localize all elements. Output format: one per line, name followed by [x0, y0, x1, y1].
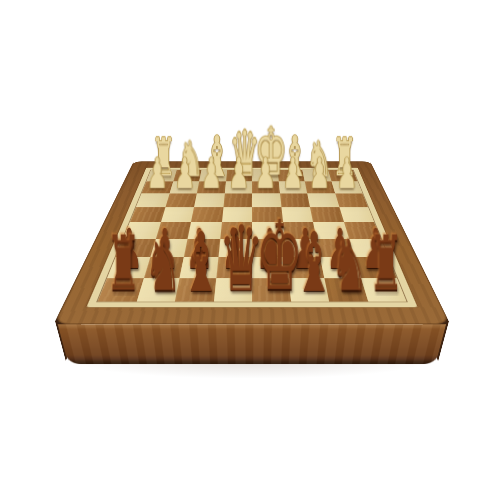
product-photo-scene: ♜♞♝♛♚♝♞♜♟♟♟♟♟♟♟♟♟♟♟♟♟♟♟♟♜♞♝♛♚♝♞♜ — [0, 0, 500, 500]
piece-white-pawn[interactable]: ♟ — [336, 152, 358, 194]
square-f2[interactable]: ♟ — [278, 181, 307, 193]
square-c8[interactable]: ♝ — [175, 278, 216, 302]
piece-white-pawn[interactable]: ♟ — [147, 152, 169, 194]
square-f8[interactable]: ♝ — [288, 278, 329, 302]
piece-white-pawn[interactable]: ♟ — [228, 152, 250, 194]
square-a3[interactable] — [136, 194, 169, 208]
piece-white-pawn[interactable]: ♟ — [309, 152, 331, 194]
square-d8[interactable]: ♛ — [213, 278, 252, 302]
square-e2[interactable]: ♟ — [252, 181, 280, 193]
square-h2[interactable]: ♟ — [331, 181, 362, 193]
square-d2[interactable]: ♟ — [224, 181, 252, 193]
chess-board: ♜♞♝♛♚♝♞♜♟♟♟♟♟♟♟♟♟♟♟♟♟♟♟♟♜♞♝♛♚♝♞♜ — [54, 161, 451, 324]
square-a2[interactable]: ♟ — [142, 181, 173, 193]
piece-white-pawn[interactable]: ♟ — [201, 152, 223, 194]
piece-black-knight[interactable]: ♞ — [143, 231, 173, 302]
piece-black-knight[interactable]: ♞ — [331, 231, 361, 302]
piece-black-bishop[interactable]: ♝ — [181, 221, 211, 303]
square-b3[interactable] — [165, 194, 197, 208]
square-b2[interactable]: ♟ — [169, 181, 199, 193]
piece-white-pawn[interactable]: ♟ — [174, 152, 196, 194]
playing-grid: ♜♞♝♛♚♝♞♜♟♟♟♟♟♟♟♟♟♟♟♟♟♟♟♟♜♞♝♛♚♝♞♜ — [98, 170, 407, 301]
piece-white-pawn[interactable]: ♟ — [255, 152, 277, 194]
square-c2[interactable]: ♟ — [197, 181, 226, 193]
square-b8[interactable]: ♞ — [136, 278, 179, 302]
piece-black-rook[interactable]: ♜ — [368, 225, 398, 301]
square-a8[interactable]: ♜ — [98, 278, 144, 302]
board-front-face — [58, 324, 447, 364]
square-g8[interactable]: ♞ — [324, 278, 367, 302]
square-e8[interactable]: ♚ — [252, 278, 291, 302]
square-g2[interactable]: ♟ — [305, 181, 335, 193]
piece-black-queen[interactable]: ♛ — [218, 213, 248, 304]
piece-black-king[interactable]: ♚ — [256, 209, 286, 305]
square-h3[interactable] — [335, 194, 368, 208]
piece-black-bishop[interactable]: ♝ — [293, 221, 323, 303]
piece-black-rook[interactable]: ♜ — [106, 225, 136, 301]
square-g3[interactable] — [307, 194, 339, 208]
square-c3[interactable] — [194, 194, 224, 208]
board-top-surface: ♜♞♝♛♚♝♞♜♟♟♟♟♟♟♟♟♟♟♟♟♟♟♟♟♜♞♝♛♚♝♞♜ — [54, 161, 451, 324]
piece-white-pawn[interactable]: ♟ — [282, 152, 304, 194]
square-d3[interactable] — [223, 194, 252, 208]
